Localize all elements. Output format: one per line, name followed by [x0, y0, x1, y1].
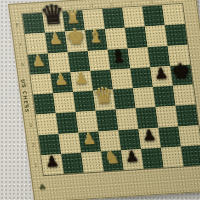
- board-square: ♟: [45, 32, 68, 53]
- board-square: [68, 51, 91, 72]
- board-square: [141, 147, 164, 168]
- board-square: ♝: [108, 48, 131, 69]
- board-square: [162, 4, 185, 25]
- board-square: [61, 152, 84, 173]
- board-square: [88, 49, 111, 70]
- board-square: ♟: [150, 66, 173, 87]
- board-square: [96, 110, 119, 131]
- board-square: [98, 130, 121, 151]
- board-square: [73, 91, 96, 112]
- board-square: [165, 24, 188, 45]
- board-square: [148, 46, 171, 67]
- board-square: [56, 112, 79, 133]
- board-square: ♟: [70, 71, 93, 92]
- chess-board: US CHESS 87654321 abcdefgh ♠ ♛♜♟♚♝♟♝♟♟♟♚…: [8, 0, 200, 200]
- board-square: ♚: [65, 30, 88, 51]
- board-square: [142, 5, 165, 26]
- piece-black-pawn: ♟: [45, 154, 60, 170]
- board-square: [176, 105, 199, 126]
- board-square: [122, 7, 145, 28]
- board-inner: ♛♜♟♚♝♟♝♟♟♟♚♛♟♟♟♞♟: [8, 0, 200, 200]
- board-square: [36, 113, 59, 134]
- board-square: [33, 93, 56, 114]
- board-square: ♚: [170, 64, 193, 85]
- board-square: [25, 33, 48, 54]
- piece-black-pawn: ♟: [124, 149, 139, 165]
- piece-white-bishop: ♝: [87, 28, 105, 47]
- board-square: ♟: [28, 53, 51, 74]
- piece-white-pawn: ♟: [31, 54, 46, 70]
- board-square: [81, 151, 104, 172]
- board-square: [136, 107, 159, 128]
- board-square: [133, 87, 156, 108]
- board-square: [173, 85, 196, 106]
- board-square: [113, 88, 136, 109]
- board-square: [22, 13, 45, 34]
- board-square: ♞: [101, 150, 124, 171]
- board-square: [161, 146, 184, 167]
- board-square: ♟: [121, 149, 144, 170]
- board-square: [153, 86, 176, 107]
- piece-black-bishop: ♝: [109, 46, 127, 65]
- board-square: [82, 9, 105, 30]
- board-square: [48, 52, 71, 73]
- board-square: ♝: [85, 29, 108, 50]
- board-square: [125, 27, 148, 48]
- piece-white-rook: ♜: [65, 10, 81, 27]
- board-square: [116, 108, 139, 129]
- board-square: [168, 44, 191, 65]
- board-square: [128, 47, 151, 68]
- board-square: ♟: [78, 131, 101, 152]
- board-square: [178, 125, 200, 146]
- board-square: [156, 106, 179, 127]
- board-square: ♛: [93, 90, 116, 111]
- board-square: [145, 25, 168, 46]
- board-square: [118, 129, 141, 150]
- piece-black-pawn: ♟: [142, 128, 157, 144]
- board-square: [76, 111, 99, 132]
- board-square: [130, 67, 153, 88]
- piece-white-knight: ♞: [103, 149, 120, 167]
- board-square: [90, 69, 113, 90]
- board-square: ♟: [50, 72, 73, 93]
- board-square: [30, 73, 53, 94]
- board-square: [105, 28, 128, 49]
- board-square: ♜: [62, 10, 85, 31]
- board-square: [102, 8, 125, 29]
- piece-white-pawn: ♟: [74, 71, 89, 87]
- board-square: [158, 126, 181, 147]
- board-square: ♟: [41, 154, 64, 175]
- piece-black-pawn: ♟: [154, 66, 169, 82]
- board-grid: ♛♜♟♚♝♟♝♟♟♟♚♛♟♟♟♞♟: [22, 4, 200, 175]
- board-square: [181, 145, 200, 166]
- piece-white-pawn: ♟: [82, 132, 97, 148]
- board-square: [53, 92, 76, 113]
- board-square: ♛: [42, 12, 65, 33]
- piece-white-pawn: ♟: [48, 32, 63, 48]
- board-square: [110, 68, 133, 89]
- board-square: [59, 132, 82, 153]
- board-square: ♟: [138, 127, 161, 148]
- chess-photo: US CHESS 87654321 abcdefgh ♠ ♛♜♟♚♝♟♝♟♟♟♚…: [0, 0, 200, 200]
- piece-white-pawn: ♟: [54, 72, 69, 88]
- board-square: [39, 134, 62, 155]
